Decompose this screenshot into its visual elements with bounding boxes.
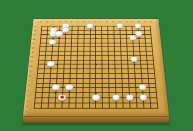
- column-label: D: [59, 21, 61, 23]
- column-label: K: [94, 21, 95, 23]
- white-stone: [135, 24, 142, 29]
- row-label: 7: [29, 79, 31, 81]
- row-label: 4: [27, 95, 29, 97]
- intersection-Q16[interactable]: [130, 37, 136, 41]
- white-stone: [129, 36, 136, 41]
- go-app-background: ABCDEFGHJKLMNOPQRST 19181716151413121110…: [0, 0, 193, 131]
- intersection-K1[interactable]: [93, 105, 100, 110]
- white-stone: [135, 31, 142, 36]
- row-label: 2: [26, 105, 28, 107]
- column-label: O: [119, 21, 121, 23]
- column-label: R: [138, 21, 140, 23]
- intersection-T1[interactable]: [154, 105, 161, 110]
- hoshi-point: [135, 92, 137, 94]
- column-label: B: [46, 21, 48, 23]
- row-label: 1: [26, 110, 28, 112]
- hoshi-point: [58, 38, 60, 39]
- row-label: 19: [34, 26, 37, 28]
- column-label: S: [144, 21, 146, 23]
- row-label: 18: [33, 30, 36, 32]
- intersection-R19[interactable]: [135, 24, 141, 28]
- row-label: 6: [28, 84, 30, 86]
- intersection-F5[interactable]: [66, 86, 73, 91]
- white-stone: [49, 40, 56, 45]
- white-stone: [56, 31, 63, 36]
- board-grid: [31, 24, 162, 110]
- column-label: J: [89, 21, 90, 23]
- row-label: 8: [29, 75, 31, 77]
- white-stone: [131, 57, 138, 62]
- column-label: L: [100, 21, 101, 23]
- white-stone: [139, 84, 147, 90]
- intersection-R5[interactable]: [139, 86, 146, 91]
- white-stone: [87, 24, 94, 29]
- intersection-P3[interactable]: [126, 95, 133, 100]
- column-label: C: [53, 21, 55, 23]
- column-label: G: [77, 21, 79, 23]
- column-label: F: [71, 21, 72, 23]
- row-label: 9: [30, 70, 32, 72]
- hoshi-point: [95, 38, 97, 39]
- intersection-C15[interactable]: [49, 41, 55, 45]
- row-label: 14: [32, 47, 35, 49]
- white-stone: [92, 94, 99, 100]
- intersection-R3[interactable]: [140, 95, 147, 100]
- intersection-E3[interactable]: [59, 95, 66, 100]
- intersection-D5[interactable]: [53, 86, 60, 91]
- row-label: 11: [30, 60, 33, 62]
- column-label: P: [126, 21, 127, 23]
- row-label: 17: [33, 34, 36, 36]
- white-stone: [52, 84, 60, 90]
- go-board: ABCDEFGHJKLMNOPQRST 19181716151413121110…: [23, 19, 169, 116]
- intersection-N3[interactable]: [113, 95, 120, 100]
- intersection-Q11[interactable]: [131, 58, 138, 62]
- white-stone-last-move: [58, 94, 66, 100]
- row-label: 3: [27, 100, 29, 102]
- white-stone: [126, 94, 134, 100]
- white-stone: [62, 27, 69, 32]
- white-stone: [47, 61, 54, 67]
- hoshi-point: [55, 92, 57, 94]
- hoshi-point: [57, 64, 59, 66]
- column-label: H: [84, 21, 86, 23]
- column-label: N: [113, 21, 115, 23]
- row-label: 5: [28, 89, 30, 91]
- hoshi-point: [95, 64, 97, 66]
- hoshi-point: [134, 64, 136, 66]
- row-label: 13: [31, 51, 34, 53]
- intersection-K3[interactable]: [93, 95, 100, 100]
- intersection-E18[interactable]: [63, 28, 69, 32]
- row-label: 10: [30, 65, 33, 67]
- board-front-edge: [23, 116, 169, 123]
- row-label: 15: [32, 43, 35, 45]
- column-label: A: [40, 21, 42, 23]
- intersection-J19[interactable]: [87, 24, 93, 28]
- column-label: T: [150, 21, 151, 23]
- intersection-C10[interactable]: [48, 62, 55, 67]
- white-stone: [66, 84, 74, 90]
- column-label: E: [65, 21, 66, 23]
- column-label: Q: [132, 21, 134, 23]
- row-label: 12: [31, 56, 34, 58]
- intersection-D17[interactable]: [56, 32, 62, 36]
- white-stone: [117, 24, 124, 29]
- white-stone: [139, 94, 147, 100]
- row-label: 16: [32, 38, 35, 40]
- column-label: M: [106, 21, 108, 23]
- intersection-O19[interactable]: [117, 24, 123, 28]
- intersection-R17[interactable]: [136, 32, 142, 36]
- white-stone: [112, 94, 120, 100]
- intersection-J1[interactable]: [86, 105, 93, 110]
